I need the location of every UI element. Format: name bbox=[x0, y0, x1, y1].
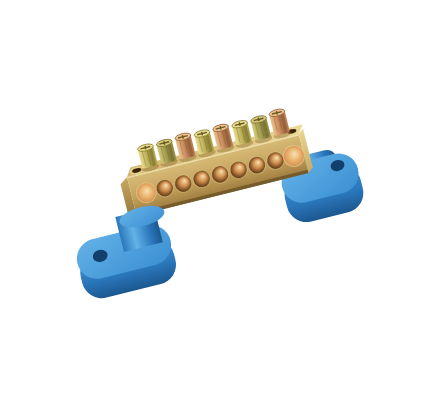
white-background bbox=[0, 0, 444, 396]
product-illustration bbox=[0, 0, 444, 396]
product-photo-stage bbox=[0, 0, 444, 396]
